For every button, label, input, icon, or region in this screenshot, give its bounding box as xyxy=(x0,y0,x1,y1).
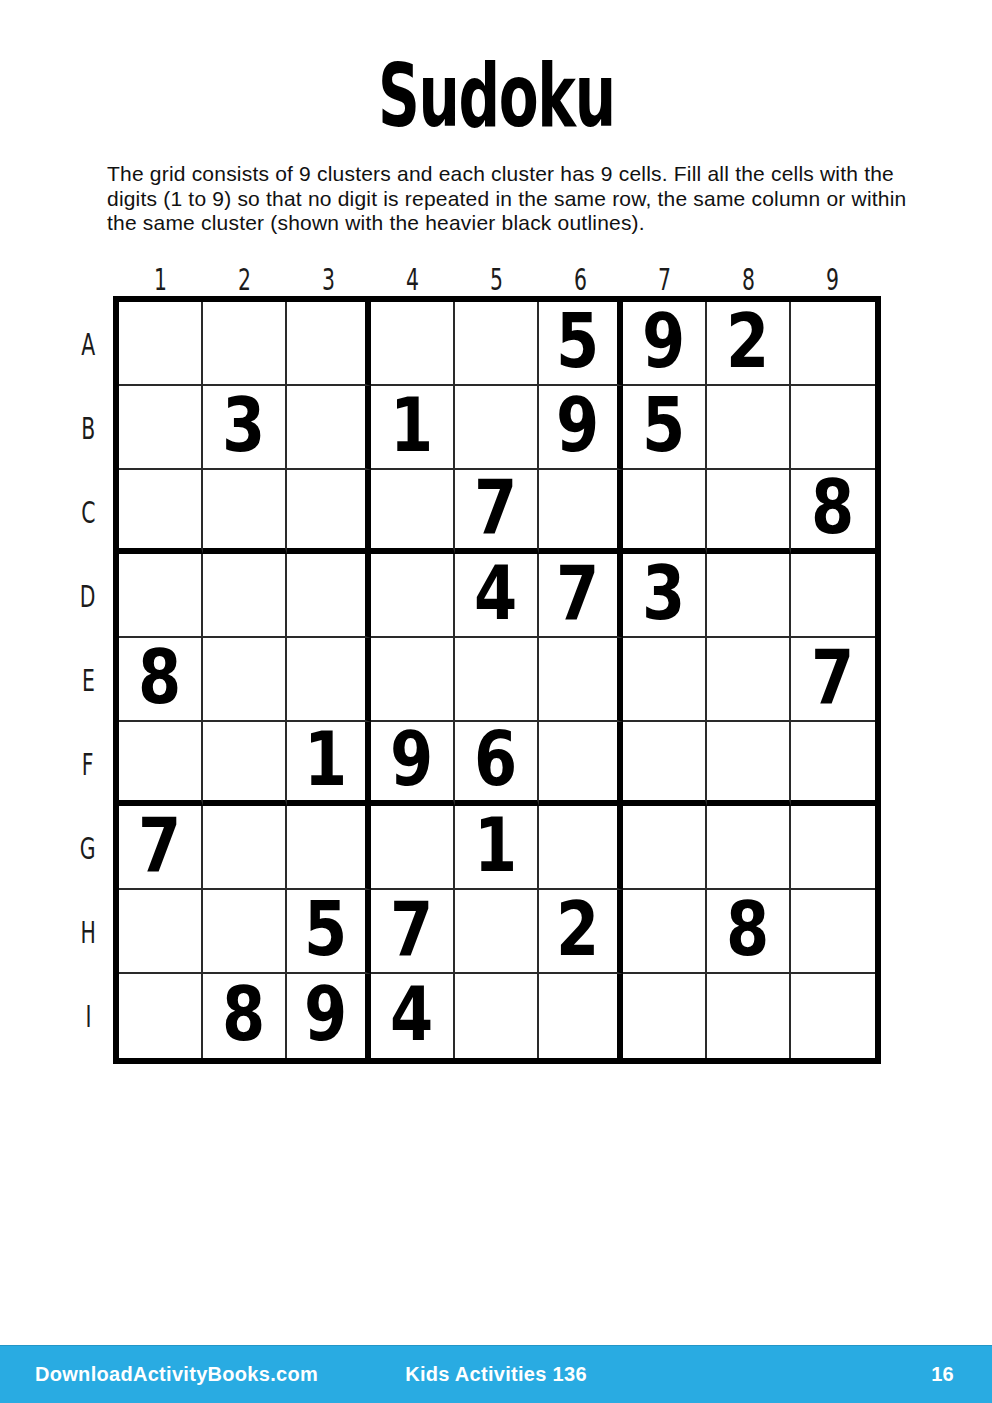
cell-B3[interactable] xyxy=(287,386,371,470)
cell-C4[interactable] xyxy=(371,470,455,554)
given-digit: 9 xyxy=(304,977,347,1055)
cell-F3[interactable]: 1 xyxy=(287,722,371,806)
column-labels: 123456789 xyxy=(119,262,875,294)
cell-F2[interactable] xyxy=(203,722,287,806)
given-digit: 7 xyxy=(138,808,181,886)
given-digit: 7 xyxy=(811,640,854,718)
col-label-9: 9 xyxy=(791,262,875,297)
cell-I9[interactable] xyxy=(791,974,875,1058)
given-digit: 2 xyxy=(726,304,769,382)
sudoku-grid: 59231957847387196715728894 xyxy=(113,296,881,1064)
cell-H2[interactable] xyxy=(203,890,287,974)
cell-F1[interactable] xyxy=(119,722,203,806)
cell-C1[interactable] xyxy=(119,470,203,554)
cell-B7[interactable]: 5 xyxy=(623,386,707,470)
footer-bar: DownloadActivityBooks.com Kids Activitie… xyxy=(0,1345,992,1403)
cell-H5[interactable] xyxy=(455,890,539,974)
cell-A8[interactable]: 2 xyxy=(707,302,791,386)
cell-D9[interactable] xyxy=(791,554,875,638)
cell-E6[interactable] xyxy=(539,638,623,722)
cell-G3[interactable] xyxy=(287,806,371,890)
cell-E5[interactable] xyxy=(455,638,539,722)
cell-F8[interactable] xyxy=(707,722,791,806)
cell-B8[interactable] xyxy=(707,386,791,470)
given-digit: 8 xyxy=(222,977,265,1055)
cell-I3[interactable]: 9 xyxy=(287,974,371,1058)
given-digit: 9 xyxy=(390,722,433,800)
instructions-text: The grid consists of 9 clusters and each… xyxy=(107,162,907,236)
cell-A5[interactable] xyxy=(455,302,539,386)
cell-A3[interactable] xyxy=(287,302,371,386)
cell-G6[interactable] xyxy=(539,806,623,890)
given-digit: 9 xyxy=(556,388,599,466)
cell-F5[interactable]: 6 xyxy=(455,722,539,806)
cell-G4[interactable] xyxy=(371,806,455,890)
col-label-2: 2 xyxy=(203,262,287,297)
cell-G5[interactable]: 1 xyxy=(455,806,539,890)
cell-C5[interactable]: 7 xyxy=(455,470,539,554)
row-label-E: E xyxy=(68,638,108,722)
cell-G7[interactable] xyxy=(623,806,707,890)
cell-D4[interactable] xyxy=(371,554,455,638)
col-label-1: 1 xyxy=(119,262,203,297)
given-digit: 5 xyxy=(304,892,347,970)
given-digit: 1 xyxy=(390,388,433,466)
given-digit: 6 xyxy=(474,722,517,800)
cell-D1[interactable] xyxy=(119,554,203,638)
cell-H6[interactable]: 2 xyxy=(539,890,623,974)
cell-A2[interactable] xyxy=(203,302,287,386)
col-label-5: 5 xyxy=(455,262,539,297)
cell-E9[interactable]: 7 xyxy=(791,638,875,722)
given-digit: 2 xyxy=(556,892,599,970)
cell-B2[interactable]: 3 xyxy=(203,386,287,470)
cell-I2[interactable]: 8 xyxy=(203,974,287,1058)
col-label-7: 7 xyxy=(623,262,707,297)
cell-E3[interactable] xyxy=(287,638,371,722)
cell-I7[interactable] xyxy=(623,974,707,1058)
cell-D7[interactable]: 3 xyxy=(623,554,707,638)
cell-H4[interactable]: 7 xyxy=(371,890,455,974)
footer-page-number: 16 xyxy=(931,1363,954,1386)
row-label-I: I xyxy=(68,974,108,1058)
cell-E1[interactable]: 8 xyxy=(119,638,203,722)
col-label-6: 6 xyxy=(539,262,623,297)
cell-D5[interactable]: 4 xyxy=(455,554,539,638)
cell-D8[interactable] xyxy=(707,554,791,638)
row-labels: ABCDEFGHI xyxy=(68,302,108,1058)
cell-E4[interactable] xyxy=(371,638,455,722)
cell-D3[interactable] xyxy=(287,554,371,638)
cell-E2[interactable] xyxy=(203,638,287,722)
cell-C9[interactable]: 8 xyxy=(791,470,875,554)
given-digit: 8 xyxy=(726,892,769,970)
cell-I5[interactable] xyxy=(455,974,539,1058)
footer-book-title: Kids Activities 136 xyxy=(0,1363,992,1386)
cell-I8[interactable] xyxy=(707,974,791,1058)
cell-A6[interactable]: 5 xyxy=(539,302,623,386)
cell-I4[interactable]: 4 xyxy=(371,974,455,1058)
given-digit: 3 xyxy=(222,388,265,466)
cell-F7[interactable] xyxy=(623,722,707,806)
given-digit: 7 xyxy=(556,556,599,634)
cell-B1[interactable] xyxy=(119,386,203,470)
given-digit: 1 xyxy=(474,808,517,886)
cell-B6[interactable]: 9 xyxy=(539,386,623,470)
given-digit: 4 xyxy=(390,977,433,1055)
cell-H8[interactable]: 8 xyxy=(707,890,791,974)
cell-A4[interactable] xyxy=(371,302,455,386)
cell-F9[interactable] xyxy=(791,722,875,806)
cell-I1[interactable] xyxy=(119,974,203,1058)
given-digit: 7 xyxy=(474,470,517,548)
row-label-A: A xyxy=(68,302,108,386)
cell-C3[interactable] xyxy=(287,470,371,554)
cell-G8[interactable] xyxy=(707,806,791,890)
col-label-3: 3 xyxy=(287,262,371,297)
cell-C8[interactable] xyxy=(707,470,791,554)
cell-H3[interactable]: 5 xyxy=(287,890,371,974)
given-digit: 9 xyxy=(642,304,685,382)
cell-H9[interactable] xyxy=(791,890,875,974)
cell-B4[interactable]: 1 xyxy=(371,386,455,470)
given-digit: 8 xyxy=(138,640,181,718)
cell-F4[interactable]: 9 xyxy=(371,722,455,806)
cell-A9[interactable] xyxy=(791,302,875,386)
row-label-H: H xyxy=(68,890,108,974)
cell-B5[interactable] xyxy=(455,386,539,470)
given-digit: 3 xyxy=(642,556,685,634)
given-digit: 5 xyxy=(556,304,599,382)
page: Sudoku The grid consists of 9 clusters a… xyxy=(0,0,992,1403)
cell-H7[interactable] xyxy=(623,890,707,974)
cell-A7[interactable]: 9 xyxy=(623,302,707,386)
row-label-D: D xyxy=(68,554,108,638)
cell-C6[interactable] xyxy=(539,470,623,554)
cell-G1[interactable]: 7 xyxy=(119,806,203,890)
cell-G9[interactable] xyxy=(791,806,875,890)
cell-C2[interactable] xyxy=(203,470,287,554)
cell-E7[interactable] xyxy=(623,638,707,722)
given-digit: 1 xyxy=(304,722,347,800)
given-digit: 4 xyxy=(474,556,517,634)
col-label-4: 4 xyxy=(371,262,455,297)
given-digit: 7 xyxy=(390,892,433,970)
row-label-B: B xyxy=(68,386,108,470)
row-label-C: C xyxy=(68,470,108,554)
page-title: Sudoku xyxy=(0,52,992,140)
cell-H1[interactable] xyxy=(119,890,203,974)
cell-E8[interactable] xyxy=(707,638,791,722)
cell-C7[interactable] xyxy=(623,470,707,554)
col-label-8: 8 xyxy=(707,262,791,297)
given-digit: 8 xyxy=(811,470,854,548)
cell-F6[interactable] xyxy=(539,722,623,806)
cell-B9[interactable] xyxy=(791,386,875,470)
cell-D2[interactable] xyxy=(203,554,287,638)
cell-I6[interactable] xyxy=(539,974,623,1058)
row-label-G: G xyxy=(68,806,108,890)
cell-G2[interactable] xyxy=(203,806,287,890)
cell-D6[interactable]: 7 xyxy=(539,554,623,638)
cell-A1[interactable] xyxy=(119,302,203,386)
given-digit: 5 xyxy=(642,388,685,466)
row-label-F: F xyxy=(68,722,108,806)
